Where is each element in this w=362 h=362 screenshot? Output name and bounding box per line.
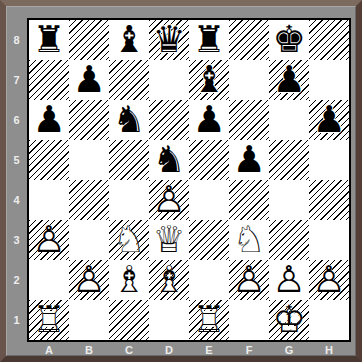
rank-label-8: 8 (6, 20, 27, 60)
square-g2[interactable]: ♟♙ (269, 260, 309, 300)
square-c2[interactable]: ♝♗ (109, 260, 149, 300)
piece-white-bishop: ♝♗ (152, 261, 185, 298)
square-c5[interactable] (109, 140, 149, 180)
square-f2[interactable]: ♟♙ (229, 260, 269, 300)
square-d6[interactable] (149, 100, 189, 140)
piece-white-knight: ♞♘ (232, 221, 265, 258)
square-a4[interactable] (29, 180, 69, 220)
rank-label-4: 4 (6, 180, 27, 220)
square-f8[interactable] (229, 20, 269, 60)
piece-white-pawn: ♟♙ (232, 261, 265, 298)
piece-black-rook: ♜ (192, 21, 225, 58)
square-h4[interactable] (309, 180, 349, 220)
square-d8[interactable]: ♛ (149, 20, 189, 60)
square-e4[interactable] (189, 180, 229, 220)
piece-black-pawn: ♟ (32, 101, 65, 138)
square-b7[interactable]: ♟ (69, 60, 109, 100)
square-a5[interactable] (29, 140, 69, 180)
square-f7[interactable] (229, 60, 269, 100)
square-d7[interactable] (149, 60, 189, 100)
piece-black-pawn: ♟ (192, 101, 225, 138)
file-label-B: B (69, 342, 109, 358)
chess-board: ♜♝♛♜♚♟♝♟♟♞♟♟♞♟♟♙♟♙♞♘♛♕♞♘♟♙♝♗♝♗♟♙♟♙♟♙♜♖♜♖… (27, 18, 351, 342)
square-e1[interactable]: ♜♖ (189, 300, 229, 340)
file-label-F: F (229, 342, 269, 358)
piece-white-pawn: ♟♙ (32, 221, 65, 258)
piece-white-pawn: ♟♙ (72, 261, 105, 298)
square-h6[interactable]: ♟ (309, 100, 349, 140)
rank-label-1: 1 (6, 300, 27, 340)
piece-white-rook: ♜♖ (32, 301, 65, 338)
file-label-G: G (269, 342, 309, 358)
square-a3[interactable]: ♟♙ (29, 220, 69, 260)
file-label-A: A (29, 342, 69, 358)
piece-white-knight: ♞♘ (112, 221, 145, 258)
square-h2[interactable]: ♟♙ (309, 260, 349, 300)
piece-white-bishop: ♝♗ (112, 261, 145, 298)
rank-label-2: 2 (6, 260, 27, 300)
square-d3[interactable]: ♛♕ (149, 220, 189, 260)
square-c8[interactable]: ♝ (109, 20, 149, 60)
file-label-E: E (189, 342, 229, 358)
square-f6[interactable] (229, 100, 269, 140)
square-b5[interactable] (69, 140, 109, 180)
board-frame: 87654321 ABCDEFGH ♜♝♛♜♚♟♝♟♟♞♟♟♞♟♟♙♟♙♞♘♛♕… (0, 0, 362, 362)
piece-white-pawn: ♟♙ (272, 261, 305, 298)
square-f5[interactable]: ♟ (229, 140, 269, 180)
piece-black-rook: ♜ (32, 21, 65, 58)
file-label-C: C (109, 342, 149, 358)
file-label-H: H (309, 342, 349, 358)
square-d1[interactable] (149, 300, 189, 340)
rank-label-3: 3 (6, 220, 27, 260)
square-d4[interactable]: ♟♙ (149, 180, 189, 220)
square-e2[interactable] (189, 260, 229, 300)
square-c1[interactable] (109, 300, 149, 340)
square-g3[interactable] (269, 220, 309, 260)
square-h7[interactable] (309, 60, 349, 100)
piece-white-queen: ♛♕ (152, 221, 185, 258)
square-f3[interactable]: ♞♘ (229, 220, 269, 260)
square-e3[interactable] (189, 220, 229, 260)
square-e5[interactable] (189, 140, 229, 180)
square-b8[interactable] (69, 20, 109, 60)
file-labels: ABCDEFGH (29, 342, 349, 358)
square-h1[interactable] (309, 300, 349, 340)
piece-black-knight: ♞ (152, 141, 185, 178)
square-b4[interactable] (69, 180, 109, 220)
piece-black-pawn: ♟ (312, 101, 345, 138)
square-a1[interactable]: ♜♖ (29, 300, 69, 340)
square-e7[interactable]: ♝ (189, 60, 229, 100)
square-b1[interactable] (69, 300, 109, 340)
piece-white-pawn: ♟♙ (312, 261, 345, 298)
square-h5[interactable] (309, 140, 349, 180)
piece-black-pawn: ♟ (72, 61, 105, 98)
chess-diagram: 87654321 ABCDEFGH ♜♝♛♜♚♟♝♟♟♞♟♟♞♟♟♙♟♙♞♘♛♕… (0, 0, 362, 362)
piece-white-king: ♚♔ (272, 301, 305, 338)
square-a6[interactable]: ♟ (29, 100, 69, 140)
square-f4[interactable] (229, 180, 269, 220)
square-g6[interactable] (269, 100, 309, 140)
piece-black-bishop: ♝ (112, 21, 145, 58)
square-c3[interactable]: ♞♘ (109, 220, 149, 260)
square-c4[interactable] (109, 180, 149, 220)
piece-black-pawn: ♟ (232, 141, 265, 178)
piece-black-pawn: ♟ (272, 61, 305, 98)
rank-labels: 87654321 (6, 20, 27, 340)
square-b6[interactable] (69, 100, 109, 140)
square-d2[interactable]: ♝♗ (149, 260, 189, 300)
piece-black-king: ♚ (272, 21, 305, 58)
piece-white-rook: ♜♖ (192, 301, 225, 338)
square-g7[interactable]: ♟ (269, 60, 309, 100)
square-b3[interactable] (69, 220, 109, 260)
square-b2[interactable]: ♟♙ (69, 260, 109, 300)
square-e8[interactable]: ♜ (189, 20, 229, 60)
piece-white-pawn: ♟♙ (152, 181, 185, 218)
square-a8[interactable]: ♜ (29, 20, 69, 60)
square-g8[interactable]: ♚ (269, 20, 309, 60)
square-f1[interactable] (229, 300, 269, 340)
square-h3[interactable] (309, 220, 349, 260)
square-a7[interactable] (29, 60, 69, 100)
piece-black-queen: ♛ (152, 21, 185, 58)
piece-black-knight: ♞ (112, 101, 145, 138)
rank-label-7: 7 (6, 60, 27, 100)
square-g1[interactable]: ♚♔ (269, 300, 309, 340)
square-a2[interactable] (29, 260, 69, 300)
rank-label-5: 5 (6, 140, 27, 180)
square-c7[interactable] (109, 60, 149, 100)
square-g5[interactable] (269, 140, 309, 180)
rank-label-6: 6 (6, 100, 27, 140)
square-d5[interactable]: ♞ (149, 140, 189, 180)
square-h8[interactable] (309, 20, 349, 60)
square-c6[interactable]: ♞ (109, 100, 149, 140)
file-label-D: D (149, 342, 189, 358)
piece-black-bishop: ♝ (192, 61, 225, 98)
square-g4[interactable] (269, 180, 309, 220)
square-e6[interactable]: ♟ (189, 100, 229, 140)
